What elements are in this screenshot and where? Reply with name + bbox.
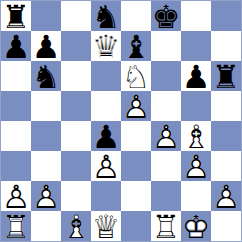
- square-f7[interactable]: [151, 31, 181, 61]
- piece-white-pawn: ♟♙: [91, 151, 121, 181]
- piece-black-pawn: ♟: [1, 31, 31, 61]
- piece-white-pawn: ♟♙: [211, 181, 241, 211]
- square-a7[interactable]: ♟: [1, 31, 31, 61]
- square-h8[interactable]: [211, 1, 241, 31]
- square-e6[interactable]: ♞♘: [121, 61, 151, 91]
- square-b3[interactable]: [31, 151, 61, 181]
- square-h5[interactable]: [211, 91, 241, 121]
- square-e7[interactable]: ♝: [121, 31, 151, 61]
- square-c6[interactable]: [61, 61, 91, 91]
- piece-white-pawn: ♟♙: [151, 121, 181, 151]
- square-c4[interactable]: [61, 121, 91, 151]
- chess-board: ♜♞♚♟♟♛♕♝♞♞♘♟♜♟♙♟♟♙♝♗♟♙♟♙♟♙♟♙♟♙♜♖♝♗♛♕♜♖♚♔: [0, 0, 242, 242]
- piece-white-queen: ♛♕: [91, 211, 121, 241]
- square-g5[interactable]: [181, 91, 211, 121]
- square-c3[interactable]: [61, 151, 91, 181]
- square-g3[interactable]: ♟♙: [181, 151, 211, 181]
- square-c8[interactable]: [61, 1, 91, 31]
- square-b4[interactable]: [31, 121, 61, 151]
- square-h3[interactable]: [211, 151, 241, 181]
- piece-white-rook: ♜♖: [151, 211, 181, 241]
- square-e5[interactable]: ♟♙: [121, 91, 151, 121]
- square-c2[interactable]: [61, 181, 91, 211]
- square-g4[interactable]: ♝♗: [181, 121, 211, 151]
- square-g2[interactable]: [181, 181, 211, 211]
- piece-white-king: ♚♔: [181, 211, 211, 241]
- piece-black-king: ♚: [151, 1, 181, 31]
- square-b6[interactable]: ♞: [31, 61, 61, 91]
- square-d1[interactable]: ♛♕: [91, 211, 121, 241]
- piece-white-pawn: ♟♙: [31, 181, 61, 211]
- piece-black-rook: ♜: [1, 1, 31, 31]
- square-e8[interactable]: [121, 1, 151, 31]
- square-b1[interactable]: [31, 211, 61, 241]
- square-d3[interactable]: ♟♙: [91, 151, 121, 181]
- square-d5[interactable]: [91, 91, 121, 121]
- square-c7[interactable]: [61, 31, 91, 61]
- square-h4[interactable]: [211, 121, 241, 151]
- piece-white-rook: ♜♖: [1, 211, 31, 241]
- square-a4[interactable]: [1, 121, 31, 151]
- square-f6[interactable]: [151, 61, 181, 91]
- piece-white-bishop: ♝♗: [61, 211, 91, 241]
- square-e1[interactable]: [121, 211, 151, 241]
- square-c5[interactable]: [61, 91, 91, 121]
- square-b2[interactable]: ♟♙: [31, 181, 61, 211]
- square-h7[interactable]: [211, 31, 241, 61]
- square-d6[interactable]: [91, 61, 121, 91]
- square-f4[interactable]: ♟♙: [151, 121, 181, 151]
- square-b8[interactable]: [31, 1, 61, 31]
- square-f5[interactable]: [151, 91, 181, 121]
- piece-black-pawn: ♟: [31, 31, 61, 61]
- square-h2[interactable]: ♟♙: [211, 181, 241, 211]
- piece-white-pawn: ♟♙: [1, 181, 31, 211]
- piece-black-pawn: ♟: [181, 61, 211, 91]
- square-f3[interactable]: [151, 151, 181, 181]
- square-a6[interactable]: [1, 61, 31, 91]
- square-h6[interactable]: ♜: [211, 61, 241, 91]
- square-d7[interactable]: ♛♕: [91, 31, 121, 61]
- piece-white-pawn: ♟♙: [121, 91, 151, 121]
- square-d8[interactable]: ♞: [91, 1, 121, 31]
- square-f2[interactable]: [151, 181, 181, 211]
- square-b7[interactable]: ♟: [31, 31, 61, 61]
- piece-black-bishop: ♝: [121, 31, 151, 61]
- square-a8[interactable]: ♜: [1, 1, 31, 31]
- piece-black-knight: ♞: [91, 1, 121, 31]
- piece-black-rook: ♜: [211, 61, 241, 91]
- square-d2[interactable]: [91, 181, 121, 211]
- square-b5[interactable]: [31, 91, 61, 121]
- square-e3[interactable]: [121, 151, 151, 181]
- square-h1[interactable]: [211, 211, 241, 241]
- square-a5[interactable]: [1, 91, 31, 121]
- square-c1[interactable]: ♝♗: [61, 211, 91, 241]
- square-g6[interactable]: ♟: [181, 61, 211, 91]
- piece-black-knight: ♞: [31, 61, 61, 91]
- piece-white-knight: ♞♘: [121, 61, 151, 91]
- piece-black-pawn: ♟: [91, 121, 121, 151]
- square-g7[interactable]: [181, 31, 211, 61]
- piece-black-queen: ♛♕: [91, 31, 121, 61]
- piece-white-bishop: ♝♗: [181, 121, 211, 151]
- square-d4[interactable]: ♟: [91, 121, 121, 151]
- square-a2[interactable]: ♟♙: [1, 181, 31, 211]
- square-a3[interactable]: [1, 151, 31, 181]
- square-f8[interactable]: ♚: [151, 1, 181, 31]
- piece-white-pawn: ♟♙: [181, 151, 211, 181]
- square-e4[interactable]: [121, 121, 151, 151]
- square-e2[interactable]: [121, 181, 151, 211]
- square-g1[interactable]: ♚♔: [181, 211, 211, 241]
- square-f1[interactable]: ♜♖: [151, 211, 181, 241]
- square-g8[interactable]: [181, 1, 211, 31]
- square-a1[interactable]: ♜♖: [1, 211, 31, 241]
